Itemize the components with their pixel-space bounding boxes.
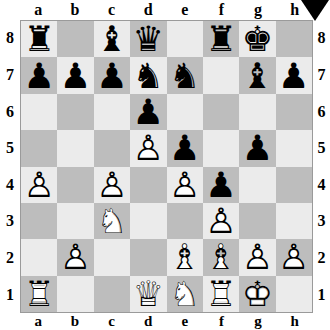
square-b6[interactable] <box>57 94 93 130</box>
square-b1[interactable] <box>57 276 93 312</box>
file-label-h: h <box>276 313 313 330</box>
square-f2[interactable]: ♝ <box>203 239 239 275</box>
square-d2[interactable] <box>130 239 166 275</box>
chess-diagram: abcdefgh 87654321 ♜♝♛♜♚♟♟♟♞♞♝♟♟♟♟♟♟♟♟♟♞♟… <box>0 0 330 330</box>
rank-label-3: 3 <box>0 203 20 240</box>
rank-label-4: 4 <box>0 167 20 204</box>
piece-black-pawn[interactable]: ♟ <box>133 94 164 130</box>
square-g6[interactable] <box>239 94 275 130</box>
square-h8[interactable] <box>276 21 312 57</box>
square-h4[interactable] <box>276 167 312 203</box>
square-a4[interactable]: ♟ <box>21 167 57 203</box>
piece-white-pawn[interactable]: ♟ <box>242 239 273 275</box>
rank-label-1: 1 <box>0 276 20 313</box>
square-c6[interactable] <box>94 94 130 130</box>
square-h5[interactable] <box>276 130 312 166</box>
square-h1[interactable] <box>276 276 312 312</box>
square-g1[interactable]: ♚ <box>239 276 275 312</box>
square-e4[interactable]: ♟ <box>167 167 203 203</box>
square-b5[interactable] <box>57 130 93 166</box>
square-b4[interactable] <box>57 167 93 203</box>
rank-label-5: 5 <box>0 130 20 167</box>
piece-white-pawn[interactable]: ♟ <box>23 167 54 203</box>
square-c8[interactable]: ♝ <box>94 21 130 57</box>
corner-bottom-right <box>313 313 330 330</box>
square-d5[interactable]: ♟ <box>130 130 166 166</box>
file-label-a: a <box>20 313 57 330</box>
piece-white-pawn[interactable]: ♟ <box>169 167 200 203</box>
piece-black-pawn[interactable]: ♟ <box>242 130 273 166</box>
piece-black-bishop[interactable]: ♝ <box>242 58 273 94</box>
square-f4[interactable]: ♟ <box>203 167 239 203</box>
rank-label-1: 1 <box>313 276 330 313</box>
square-a2[interactable] <box>21 239 57 275</box>
piece-white-bishop[interactable]: ♝ <box>205 239 236 275</box>
piece-black-rook[interactable]: ♜ <box>23 21 54 57</box>
rank-label-7: 7 <box>313 57 330 94</box>
file-label-d: d <box>130 0 167 20</box>
square-a8[interactable]: ♜ <box>21 21 57 57</box>
rank-label-5: 5 <box>313 130 330 167</box>
chess-board: ♜♝♛♜♚♟♟♟♞♞♝♟♟♟♟♟♟♟♟♟♞♟♟♝♝♟♟♜♛♞♜♚ <box>20 20 313 313</box>
file-label-c: c <box>93 0 130 20</box>
piece-white-rook[interactable]: ♜ <box>205 276 236 312</box>
corner-top-left <box>0 0 20 20</box>
square-f5[interactable] <box>203 130 239 166</box>
piece-black-bishop[interactable]: ♝ <box>96 21 127 57</box>
square-b3[interactable] <box>57 203 93 239</box>
square-a7[interactable]: ♟ <box>21 57 57 93</box>
square-e5[interactable]: ♟ <box>167 130 203 166</box>
piece-black-knight[interactable]: ♞ <box>133 58 164 94</box>
rank-label-6: 6 <box>0 93 20 130</box>
file-label-g: g <box>240 0 277 20</box>
corner-bottom-left <box>0 313 20 330</box>
square-e6[interactable] <box>167 94 203 130</box>
square-b8[interactable] <box>57 21 93 57</box>
file-label-a: a <box>20 0 57 20</box>
square-g5[interactable]: ♟ <box>239 130 275 166</box>
piece-black-pawn[interactable]: ♟ <box>23 58 54 94</box>
piece-black-pawn[interactable]: ♟ <box>205 167 236 203</box>
piece-black-king[interactable]: ♚ <box>242 21 273 57</box>
piece-white-bishop[interactable]: ♝ <box>169 239 200 275</box>
piece-black-pawn[interactable]: ♟ <box>278 58 309 94</box>
square-c2[interactable] <box>94 239 130 275</box>
file-labels-top: abcdefgh <box>20 0 313 20</box>
rank-label-4: 4 <box>313 167 330 204</box>
square-h6[interactable] <box>276 94 312 130</box>
square-f3[interactable]: ♟ <box>203 203 239 239</box>
piece-black-pawn[interactable]: ♟ <box>60 58 91 94</box>
piece-white-knight[interactable]: ♞ <box>96 203 127 239</box>
black-to-move-indicator-icon <box>301 0 329 21</box>
piece-white-pawn[interactable]: ♟ <box>205 203 236 239</box>
rank-label-2: 2 <box>0 240 20 277</box>
square-d8[interactable]: ♛ <box>130 21 166 57</box>
file-label-e: e <box>167 313 204 330</box>
square-d7[interactable]: ♞ <box>130 57 166 93</box>
piece-black-queen[interactable]: ♛ <box>133 21 164 57</box>
square-f1[interactable]: ♜ <box>203 276 239 312</box>
piece-white-pawn[interactable]: ♟ <box>96 167 127 203</box>
piece-white-rook[interactable]: ♜ <box>23 276 54 312</box>
file-label-c: c <box>93 313 130 330</box>
file-label-g: g <box>240 313 277 330</box>
square-e2[interactable]: ♝ <box>167 239 203 275</box>
square-e8[interactable] <box>167 21 203 57</box>
square-c4[interactable]: ♟ <box>94 167 130 203</box>
square-b2[interactable]: ♟ <box>57 239 93 275</box>
rank-labels-left: 87654321 <box>0 20 20 313</box>
square-a1[interactable]: ♜ <box>21 276 57 312</box>
rank-labels-right: 87654321 <box>313 20 330 313</box>
piece-white-knight[interactable]: ♞ <box>169 276 200 312</box>
square-g2[interactable]: ♟ <box>239 239 275 275</box>
piece-white-king[interactable]: ♚ <box>242 276 273 312</box>
rank-label-3: 3 <box>313 203 330 240</box>
square-a3[interactable] <box>21 203 57 239</box>
square-c3[interactable]: ♞ <box>94 203 130 239</box>
square-c7[interactable]: ♟ <box>94 57 130 93</box>
piece-black-pawn[interactable]: ♟ <box>169 130 200 166</box>
file-label-b: b <box>57 313 94 330</box>
square-e3[interactable] <box>167 203 203 239</box>
rank-label-2: 2 <box>313 240 330 277</box>
square-a5[interactable] <box>21 130 57 166</box>
square-g3[interactable] <box>239 203 275 239</box>
piece-white-pawn[interactable]: ♟ <box>60 239 91 275</box>
square-f6[interactable] <box>203 94 239 130</box>
rank-label-7: 7 <box>0 57 20 94</box>
square-f7[interactable] <box>203 57 239 93</box>
square-e7[interactable]: ♞ <box>167 57 203 93</box>
square-b7[interactable]: ♟ <box>57 57 93 93</box>
square-d3[interactable] <box>130 203 166 239</box>
piece-black-pawn[interactable]: ♟ <box>96 58 127 94</box>
file-label-e: e <box>167 0 204 20</box>
square-a6[interactable] <box>21 94 57 130</box>
square-g4[interactable] <box>239 167 275 203</box>
square-h7[interactable]: ♟ <box>276 57 312 93</box>
rank-label-8: 8 <box>313 20 330 57</box>
square-f8[interactable]: ♜ <box>203 21 239 57</box>
square-d1[interactable]: ♛ <box>130 276 166 312</box>
file-label-b: b <box>57 0 94 20</box>
file-labels-bottom: abcdefgh <box>20 313 313 330</box>
piece-white-pawn[interactable]: ♟ <box>278 239 309 275</box>
piece-white-queen[interactable]: ♛ <box>133 276 164 312</box>
square-d6[interactable]: ♟ <box>130 94 166 130</box>
rank-label-8: 8 <box>0 20 20 57</box>
square-g8[interactable]: ♚ <box>239 21 275 57</box>
piece-black-knight[interactable]: ♞ <box>169 58 200 94</box>
rank-label-6: 6 <box>313 93 330 130</box>
piece-white-pawn[interactable]: ♟ <box>133 130 164 166</box>
file-label-f: f <box>203 0 240 20</box>
square-c1[interactable] <box>94 276 130 312</box>
piece-black-rook[interactable]: ♜ <box>205 21 236 57</box>
square-d4[interactable] <box>130 167 166 203</box>
square-h2[interactable]: ♟ <box>276 239 312 275</box>
square-h3[interactable] <box>276 203 312 239</box>
square-c5[interactable] <box>94 130 130 166</box>
square-g7[interactable]: ♝ <box>239 57 275 93</box>
file-label-d: d <box>130 313 167 330</box>
file-label-f: f <box>203 313 240 330</box>
square-e1[interactable]: ♞ <box>167 276 203 312</box>
